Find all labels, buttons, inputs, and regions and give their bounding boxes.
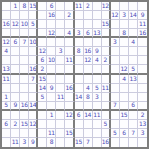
cell-r8c2-empty[interactable] <box>11 65 20 74</box>
cell-r1c10-given[interactable]: 2 <box>84 2 93 11</box>
cell-r2c14-given[interactable]: 3 <box>120 11 129 20</box>
cell-r9c16-empty[interactable] <box>138 75 147 84</box>
cell-r5c11-empty[interactable] <box>93 38 102 47</box>
cell-r6c3-empty[interactable] <box>20 47 29 56</box>
cell-r4c13-empty[interactable] <box>111 29 120 38</box>
cell-r8c1-given[interactable]: 13 <box>2 65 11 74</box>
cell-r7c4-empty[interactable] <box>29 56 38 65</box>
cell-r14c12-given[interactable]: 5 <box>102 120 111 129</box>
cell-r2c8-given[interactable]: 2 <box>65 11 74 20</box>
cell-r10c16-empty[interactable] <box>138 84 147 93</box>
cell-r2c2-empty[interactable] <box>11 11 20 20</box>
cell-r13c2-empty[interactable] <box>11 111 20 120</box>
cell-r8c8-empty[interactable] <box>65 65 74 74</box>
cell-r10c4-empty[interactable] <box>29 84 38 93</box>
cell-r15c8-given[interactable]: 15 <box>65 129 74 138</box>
cell-r8c9-empty[interactable] <box>75 65 84 74</box>
cell-r8c5-given[interactable]: 2 <box>38 65 47 74</box>
cell-r7c15-empty[interactable] <box>129 56 138 65</box>
cell-r8c4-given[interactable]: 16 <box>29 65 38 74</box>
cell-r5c6-empty[interactable] <box>47 38 56 47</box>
cell-r12c15-given[interactable]: 6 <box>129 102 138 111</box>
cell-r10c15-empty[interactable] <box>129 84 138 93</box>
cell-r9c4-given[interactable]: 7 <box>29 75 38 84</box>
cell-r14c5-empty[interactable] <box>38 120 47 129</box>
cell-r3c10-empty[interactable] <box>84 20 93 29</box>
cell-r13c15-empty[interactable] <box>129 111 138 120</box>
cell-r2c16-given[interactable]: 9 <box>138 11 147 20</box>
cell-r2c3-empty[interactable] <box>20 11 29 20</box>
cell-r1c1-empty[interactable] <box>2 2 11 11</box>
cell-r15c7-empty[interactable] <box>56 129 65 138</box>
cell-r4c11-given[interactable]: 13 <box>93 29 102 38</box>
cell-r7c13-empty[interactable] <box>111 56 120 65</box>
cell-r15c1-empty[interactable] <box>2 129 11 138</box>
cell-r6c16-empty[interactable] <box>138 47 147 56</box>
cell-r10c11-given[interactable]: 5 <box>93 84 102 93</box>
cell-r4c14-given[interactable]: 8 <box>120 29 129 38</box>
cell-r16c6-given[interactable]: 8 <box>47 138 56 147</box>
cell-r6c8-empty[interactable] <box>65 47 74 56</box>
cell-r8c14-given[interactable]: 12 <box>120 65 129 74</box>
cell-r6c13-empty[interactable] <box>111 47 120 56</box>
cell-r15c3-empty[interactable] <box>20 129 29 138</box>
cell-r7c6-given[interactable]: 10 <box>47 56 56 65</box>
cell-r15c16-given[interactable]: 3 <box>138 129 147 138</box>
cell-r16c3-given[interactable]: 3 <box>20 138 29 147</box>
cell-r1c16-empty[interactable] <box>138 2 147 11</box>
cell-r7c11-given[interactable]: 4 <box>93 56 102 65</box>
cell-r3c1-given[interactable]: 16 <box>2 20 11 29</box>
cell-r6c5-given[interactable]: 12 <box>38 47 47 56</box>
cell-r9c9-empty[interactable] <box>75 75 84 84</box>
cell-r8c7-empty[interactable] <box>56 65 65 74</box>
cell-r5c16-empty[interactable] <box>138 38 147 47</box>
cell-r7c12-given[interactable]: 2 <box>102 56 111 65</box>
cell-r16c15-empty[interactable] <box>129 138 138 147</box>
cell-r16c4-given[interactable]: 9 <box>29 138 38 147</box>
cell-r9c8-empty[interactable] <box>65 75 74 84</box>
cell-r14c3-given[interactable]: 15 <box>20 120 29 129</box>
cell-r16c16-empty[interactable] <box>138 138 147 147</box>
cell-r9c5-given[interactable]: 15 <box>38 75 47 84</box>
cell-r12c14-empty[interactable] <box>120 102 129 111</box>
cell-r14c8-empty[interactable] <box>65 120 74 129</box>
cell-r13c9-given[interactable]: 6 <box>75 111 84 120</box>
cell-r7c10-given[interactable]: 12 <box>84 56 93 65</box>
cell-r5c9-empty[interactable] <box>75 38 84 47</box>
cell-r4c2-empty[interactable] <box>11 29 20 38</box>
cell-r15c5-empty[interactable] <box>38 129 47 138</box>
cell-r1c4-given[interactable]: 15 <box>29 2 38 11</box>
cell-r10c14-empty[interactable] <box>120 84 129 93</box>
cell-r5c2-given[interactable]: 6 <box>11 38 20 47</box>
cell-r7c1-empty[interactable] <box>2 56 11 65</box>
cell-r11c8-empty[interactable] <box>65 93 74 102</box>
cell-r5c4-given[interactable]: 10 <box>29 38 38 47</box>
cell-r1c3-given[interactable]: 8 <box>20 2 29 11</box>
cell-r13c11-given[interactable]: 11 <box>93 111 102 120</box>
cell-r3c7-empty[interactable] <box>56 20 65 29</box>
cell-r8c13-empty[interactable] <box>111 65 120 74</box>
cell-r16c5-empty[interactable] <box>38 138 47 147</box>
cell-r9c10-empty[interactable] <box>84 75 93 84</box>
cell-r1c15-empty[interactable] <box>129 2 138 11</box>
cell-r7c7-empty[interactable] <box>56 56 65 65</box>
cell-r4c15-empty[interactable] <box>129 29 138 38</box>
cell-r4c16-given[interactable]: 16 <box>138 29 147 38</box>
cell-r5c15-given[interactable]: 4 <box>129 38 138 47</box>
cell-r7c2-empty[interactable] <box>11 56 20 65</box>
cell-r14c16-given[interactable]: 13 <box>138 120 147 129</box>
cell-r11c16-empty[interactable] <box>138 93 147 102</box>
cell-r9c2-empty[interactable] <box>11 75 20 84</box>
cell-r12c3-given[interactable]: 16 <box>20 102 29 111</box>
cell-r15c9-empty[interactable] <box>75 129 84 138</box>
cell-r3c14-empty[interactable] <box>120 20 129 29</box>
cell-r4c3-empty[interactable] <box>20 29 29 38</box>
cell-r12c4-given[interactable]: 14 <box>29 102 38 111</box>
cell-r16c12-given[interactable]: 16 <box>102 138 111 147</box>
cell-r5c1-given[interactable]: 12 <box>2 38 11 47</box>
cell-r13c4-empty[interactable] <box>29 111 38 120</box>
cell-r1c6-given[interactable]: 6 <box>47 2 56 11</box>
cell-r16c2-given[interactable]: 11 <box>11 138 20 147</box>
cell-r13c14-given[interactable]: 15 <box>120 111 129 120</box>
cell-r1c9-given[interactable]: 11 <box>75 2 84 11</box>
cell-r10c8-given[interactable]: 16 <box>65 84 74 93</box>
cell-r13c5-empty[interactable] <box>38 111 47 120</box>
cell-r11c13-empty[interactable] <box>111 93 120 102</box>
cell-r15c4-empty[interactable] <box>29 129 38 138</box>
cell-r3c3-given[interactable]: 10 <box>20 20 29 29</box>
cell-r12c2-given[interactable]: 9 <box>11 102 20 111</box>
cell-r2c4-empty[interactable] <box>29 11 38 20</box>
cell-r3c12-given[interactable]: 15 <box>102 20 111 29</box>
cell-r3c4-given[interactable]: 5 <box>29 20 38 29</box>
cell-r14c1-given[interactable]: 6 <box>2 120 11 129</box>
cell-r1c11-empty[interactable] <box>93 2 102 11</box>
cell-r13c13-empty[interactable] <box>111 111 120 120</box>
cell-r5c8-empty[interactable] <box>65 38 74 47</box>
cell-r5c10-empty[interactable] <box>84 38 93 47</box>
cell-r13c16-given[interactable]: 2 <box>138 111 147 120</box>
cell-r11c15-empty[interactable] <box>129 93 138 102</box>
cell-r16c8-empty[interactable] <box>65 138 74 147</box>
cell-r4c8-given[interactable]: 4 <box>65 29 74 38</box>
cell-r13c6-given[interactable]: 1 <box>47 111 56 120</box>
cell-r11c10-given[interactable]: 8 <box>84 93 93 102</box>
cell-r16c1-empty[interactable] <box>2 138 11 147</box>
cell-r15c2-empty[interactable] <box>11 129 20 138</box>
cell-r5c14-empty[interactable] <box>120 38 129 47</box>
cell-r2c15-given[interactable]: 14 <box>129 11 138 20</box>
cell-r7c16-empty[interactable] <box>138 56 147 65</box>
cell-r5c3-given[interactable]: 7 <box>20 38 29 47</box>
cell-r1c12-given[interactable]: 12 <box>102 2 111 11</box>
cell-r11c4-empty[interactable] <box>29 93 38 102</box>
cell-r1c7-empty[interactable] <box>56 2 65 11</box>
cell-r11c12-empty[interactable] <box>102 93 111 102</box>
cell-r6c6-empty[interactable] <box>47 47 56 56</box>
cell-r13c12-empty[interactable] <box>102 111 111 120</box>
cell-r12c5-empty[interactable] <box>38 102 47 111</box>
cell-r15c11-empty[interactable] <box>93 129 102 138</box>
cell-r9c11-empty[interactable] <box>93 75 102 84</box>
cell-r3c2-given[interactable]: 12 <box>11 20 20 29</box>
cell-r6c2-empty[interactable] <box>11 47 20 56</box>
cell-r6c10-given[interactable]: 16 <box>84 47 93 56</box>
cell-r11c3-empty[interactable] <box>20 93 29 102</box>
cell-r4c5-empty[interactable] <box>38 29 47 38</box>
cell-r1c14-empty[interactable] <box>120 2 129 11</box>
cell-r6c4-empty[interactable] <box>29 47 38 56</box>
cell-r5c12-empty[interactable] <box>102 38 111 47</box>
cell-r14c7-empty[interactable] <box>56 120 65 129</box>
cell-r9c12-empty[interactable] <box>102 75 111 84</box>
cell-r12c1-given[interactable]: 5 <box>2 102 11 111</box>
cell-r10c3-empty[interactable] <box>20 84 29 93</box>
cell-r8c6-empty[interactable] <box>47 65 56 74</box>
cell-r8c11-empty[interactable] <box>93 65 102 74</box>
cell-r6c7-given[interactable]: 3 <box>56 47 65 56</box>
cell-r4c7-empty[interactable] <box>56 29 65 38</box>
cell-r1c5-empty[interactable] <box>38 2 47 11</box>
cell-r14c2-given[interactable]: 2 <box>11 120 20 129</box>
cell-r1c13-empty[interactable] <box>111 2 120 11</box>
cell-r7c3-empty[interactable] <box>20 56 29 65</box>
cell-r12c10-empty[interactable] <box>84 102 93 111</box>
cell-r3c15-empty[interactable] <box>129 20 138 29</box>
cell-r14c13-empty[interactable] <box>111 120 120 129</box>
cell-r14c4-given[interactable]: 12 <box>29 120 38 129</box>
cell-r10c1-empty[interactable] <box>2 84 11 93</box>
cell-r7c5-given[interactable]: 6 <box>38 56 47 65</box>
cell-r2c5-empty[interactable] <box>38 11 47 20</box>
cell-r3c13-empty[interactable] <box>111 20 120 29</box>
cell-r13c1-empty[interactable] <box>2 111 11 120</box>
cell-r15c15-given[interactable]: 7 <box>129 129 138 138</box>
cell-r10c13-empty[interactable] <box>111 84 120 93</box>
cell-r14c11-empty[interactable] <box>93 120 102 129</box>
cell-r9c1-given[interactable]: 11 <box>2 75 11 84</box>
cell-r16c10-given[interactable]: 7 <box>84 138 93 147</box>
cell-r15c10-empty[interactable] <box>84 129 93 138</box>
cell-r6c14-empty[interactable] <box>120 47 129 56</box>
cell-r16c11-empty[interactable] <box>93 138 102 147</box>
cell-r3c9-empty[interactable] <box>75 20 84 29</box>
cell-r5c13-given[interactable]: 3 <box>111 38 120 47</box>
cell-r11c1-given[interactable]: 1 <box>2 93 11 102</box>
cell-r16c13-empty[interactable] <box>111 138 120 147</box>
cell-r11c6-empty[interactable] <box>47 93 56 102</box>
cell-r10c5-given[interactable]: 14 <box>38 84 47 93</box>
cell-r5c7-empty[interactable] <box>56 38 65 47</box>
sudoku-board: 1815611212162123149161210515111243613816… <box>0 0 149 149</box>
cell-r8c15-given[interactable]: 5 <box>129 65 138 74</box>
cell-r2c10-empty[interactable] <box>84 11 93 20</box>
cell-r13c7-empty[interactable] <box>56 111 65 120</box>
cell-r10c9-empty[interactable] <box>75 84 84 93</box>
cell-r2c7-empty[interactable] <box>56 11 65 20</box>
cell-r16c14-empty[interactable] <box>120 138 129 147</box>
cell-r12c7-empty[interactable] <box>56 102 65 111</box>
cell-r14c15-empty[interactable] <box>129 120 138 129</box>
cell-r13c3-empty[interactable] <box>20 111 29 120</box>
cell-r8c16-empty[interactable] <box>138 65 147 74</box>
cell-r14c6-empty[interactable] <box>47 120 56 129</box>
cell-r15c12-empty[interactable] <box>102 129 111 138</box>
cell-r12c13-given[interactable]: 7 <box>111 102 120 111</box>
cell-r11c9-given[interactable]: 14 <box>75 93 84 102</box>
cell-r1c8-empty[interactable] <box>65 2 74 11</box>
cell-r10c10-given[interactable]: 4 <box>84 84 93 93</box>
cell-r5c5-empty[interactable] <box>38 38 47 47</box>
cell-r4c6-given[interactable]: 12 <box>47 29 56 38</box>
cell-r14c14-empty[interactable] <box>120 120 129 129</box>
cell-r10c2-empty[interactable] <box>11 84 20 93</box>
cell-r2c11-empty[interactable] <box>93 11 102 20</box>
cell-r6c1-given[interactable]: 4 <box>2 47 11 56</box>
cell-r9c6-empty[interactable] <box>47 75 56 84</box>
cell-r4c1-empty[interactable] <box>2 29 11 38</box>
cell-r12c8-empty[interactable] <box>65 102 74 111</box>
cell-r9c3-empty[interactable] <box>20 75 29 84</box>
cell-r12c9-empty[interactable] <box>75 102 84 111</box>
cell-r2c9-empty[interactable] <box>75 11 84 20</box>
cell-r4c9-given[interactable]: 3 <box>75 29 84 38</box>
cell-r10c7-empty[interactable] <box>56 84 65 93</box>
cell-r14c9-empty[interactable] <box>75 120 84 129</box>
cell-r13c8-given[interactable]: 12 <box>65 111 74 120</box>
cell-r1c2-given[interactable]: 1 <box>11 2 20 11</box>
cell-r7c14-empty[interactable] <box>120 56 129 65</box>
cell-r9c13-empty[interactable] <box>111 75 120 84</box>
cell-r7c8-given[interactable]: 11 <box>65 56 74 65</box>
cell-r6c15-empty[interactable] <box>129 47 138 56</box>
cell-r13c10-given[interactable]: 14 <box>84 111 93 120</box>
cell-r2c1-empty[interactable] <box>2 11 11 20</box>
cell-r11c7-given[interactable]: 11 <box>56 93 65 102</box>
cell-r16c7-empty[interactable] <box>56 138 65 147</box>
cell-r2c13-given[interactable]: 12 <box>111 11 120 20</box>
cell-r6c9-given[interactable]: 8 <box>75 47 84 56</box>
cell-r9c7-empty[interactable] <box>56 75 65 84</box>
cell-r3c16-given[interactable]: 11 <box>138 20 147 29</box>
cell-r3c8-empty[interactable] <box>65 20 74 29</box>
cell-r10c6-given[interactable]: 9 <box>47 84 56 93</box>
cell-r15c6-given[interactable]: 11 <box>47 129 56 138</box>
cell-r4c10-given[interactable]: 6 <box>84 29 93 38</box>
cell-r4c4-empty[interactable] <box>29 29 38 38</box>
cell-r16c9-given[interactable]: 15 <box>75 138 84 147</box>
cell-r4c12-empty[interactable] <box>102 29 111 38</box>
cell-r15c14-given[interactable]: 6 <box>120 129 129 138</box>
cell-r12c16-empty[interactable] <box>138 102 147 111</box>
cell-r11c14-empty[interactable] <box>120 93 129 102</box>
cell-r2c6-given[interactable]: 16 <box>47 11 56 20</box>
cell-r8c10-empty[interactable] <box>84 65 93 74</box>
cell-r11c2-empty[interactable] <box>11 93 20 102</box>
cell-r7c9-empty[interactable] <box>75 56 84 65</box>
cell-r6c12-empty[interactable] <box>102 47 111 56</box>
cell-r3c11-empty[interactable] <box>93 20 102 29</box>
cell-r11c5-given[interactable]: 5 <box>38 93 47 102</box>
cell-r3c6-empty[interactable] <box>47 20 56 29</box>
cell-r12c12-empty[interactable] <box>102 102 111 111</box>
cell-r3c5-empty[interactable] <box>38 20 47 29</box>
cell-r11c11-given[interactable]: 3 <box>93 93 102 102</box>
cell-r8c3-empty[interactable] <box>20 65 29 74</box>
cell-r6c11-given[interactable]: 9 <box>93 47 102 56</box>
cell-r9c15-given[interactable]: 13 <box>129 75 138 84</box>
cell-r9c14-given[interactable]: 4 <box>120 75 129 84</box>
cell-r8c12-empty[interactable] <box>102 65 111 74</box>
cell-r14c10-empty[interactable] <box>84 120 93 129</box>
cell-r2c12-empty[interactable] <box>102 11 111 20</box>
cell-r15c13-given[interactable]: 5 <box>111 129 120 138</box>
cell-r12c11-empty[interactable] <box>93 102 102 111</box>
cell-r12c6-empty[interactable] <box>47 102 56 111</box>
cell-r10c12-given[interactable]: 11 <box>102 84 111 93</box>
